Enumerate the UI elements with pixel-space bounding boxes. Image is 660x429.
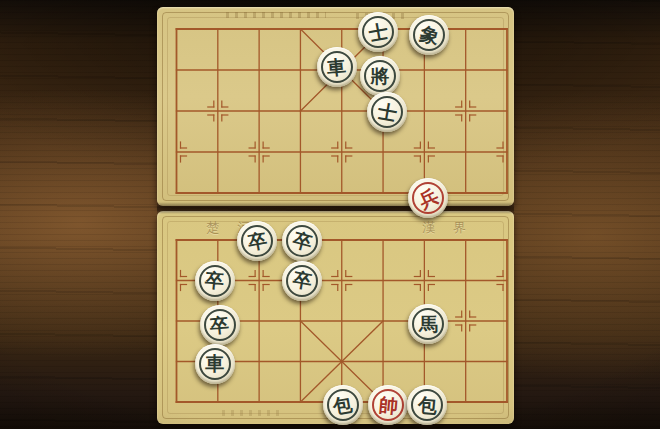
piece-black-horse[interactable]: 馬 (408, 304, 448, 344)
piece-red-general[interactable]: 帥 (368, 385, 408, 425)
piece-glyph: 將 (371, 67, 390, 86)
piece-glyph: 卒 (246, 230, 268, 252)
piece-glyph: 卒 (291, 229, 314, 252)
piece-glyph: 象 (418, 23, 441, 46)
piece-glyph: 卒 (210, 315, 231, 336)
piece-black-general[interactable]: 將 (360, 56, 400, 96)
piece-red-soldier[interactable]: 兵 (408, 178, 448, 218)
piece-black-elephant[interactable]: 象 (409, 15, 449, 55)
piece-black-advisor[interactable]: 士 (358, 12, 398, 52)
piece-black-soldier[interactable]: 卒 (282, 261, 322, 301)
piece-glyph: 卒 (291, 269, 313, 291)
piece-glyph: 士 (376, 101, 398, 123)
piece-black-chariot[interactable]: 車 (195, 344, 235, 384)
piece-glyph: 車 (326, 57, 347, 78)
piece-glyph: 馬 (419, 315, 438, 334)
piece-glyph: 士 (367, 21, 389, 43)
piece-black-cannon[interactable]: 包 (323, 385, 363, 425)
piece-glyph: 車 (205, 354, 224, 373)
piece-black-cannon[interactable]: 包 (407, 385, 447, 425)
piece-black-soldier[interactable]: 卒 (200, 305, 240, 345)
piece-black-soldier[interactable]: 卒 (282, 221, 322, 261)
piece-glyph: 卒 (205, 270, 226, 291)
xiangqi-photo-scene: 楚 河 漢 界 士象車將士兵卒卒卒卒卒車馬包帥包 (0, 0, 660, 429)
piece-glyph: 包 (332, 394, 354, 416)
piece-glyph: 兵 (416, 185, 441, 210)
piece-glyph: 包 (417, 395, 438, 416)
piece-black-soldier[interactable]: 卒 (237, 221, 277, 261)
piece-glyph: 帥 (378, 395, 399, 416)
piece-black-advisor[interactable]: 士 (367, 92, 407, 132)
piece-black-chariot[interactable]: 車 (317, 47, 357, 87)
pieces-layer: 士象車將士兵卒卒卒卒卒車馬包帥包 (0, 0, 660, 429)
piece-black-soldier[interactable]: 卒 (195, 261, 235, 301)
